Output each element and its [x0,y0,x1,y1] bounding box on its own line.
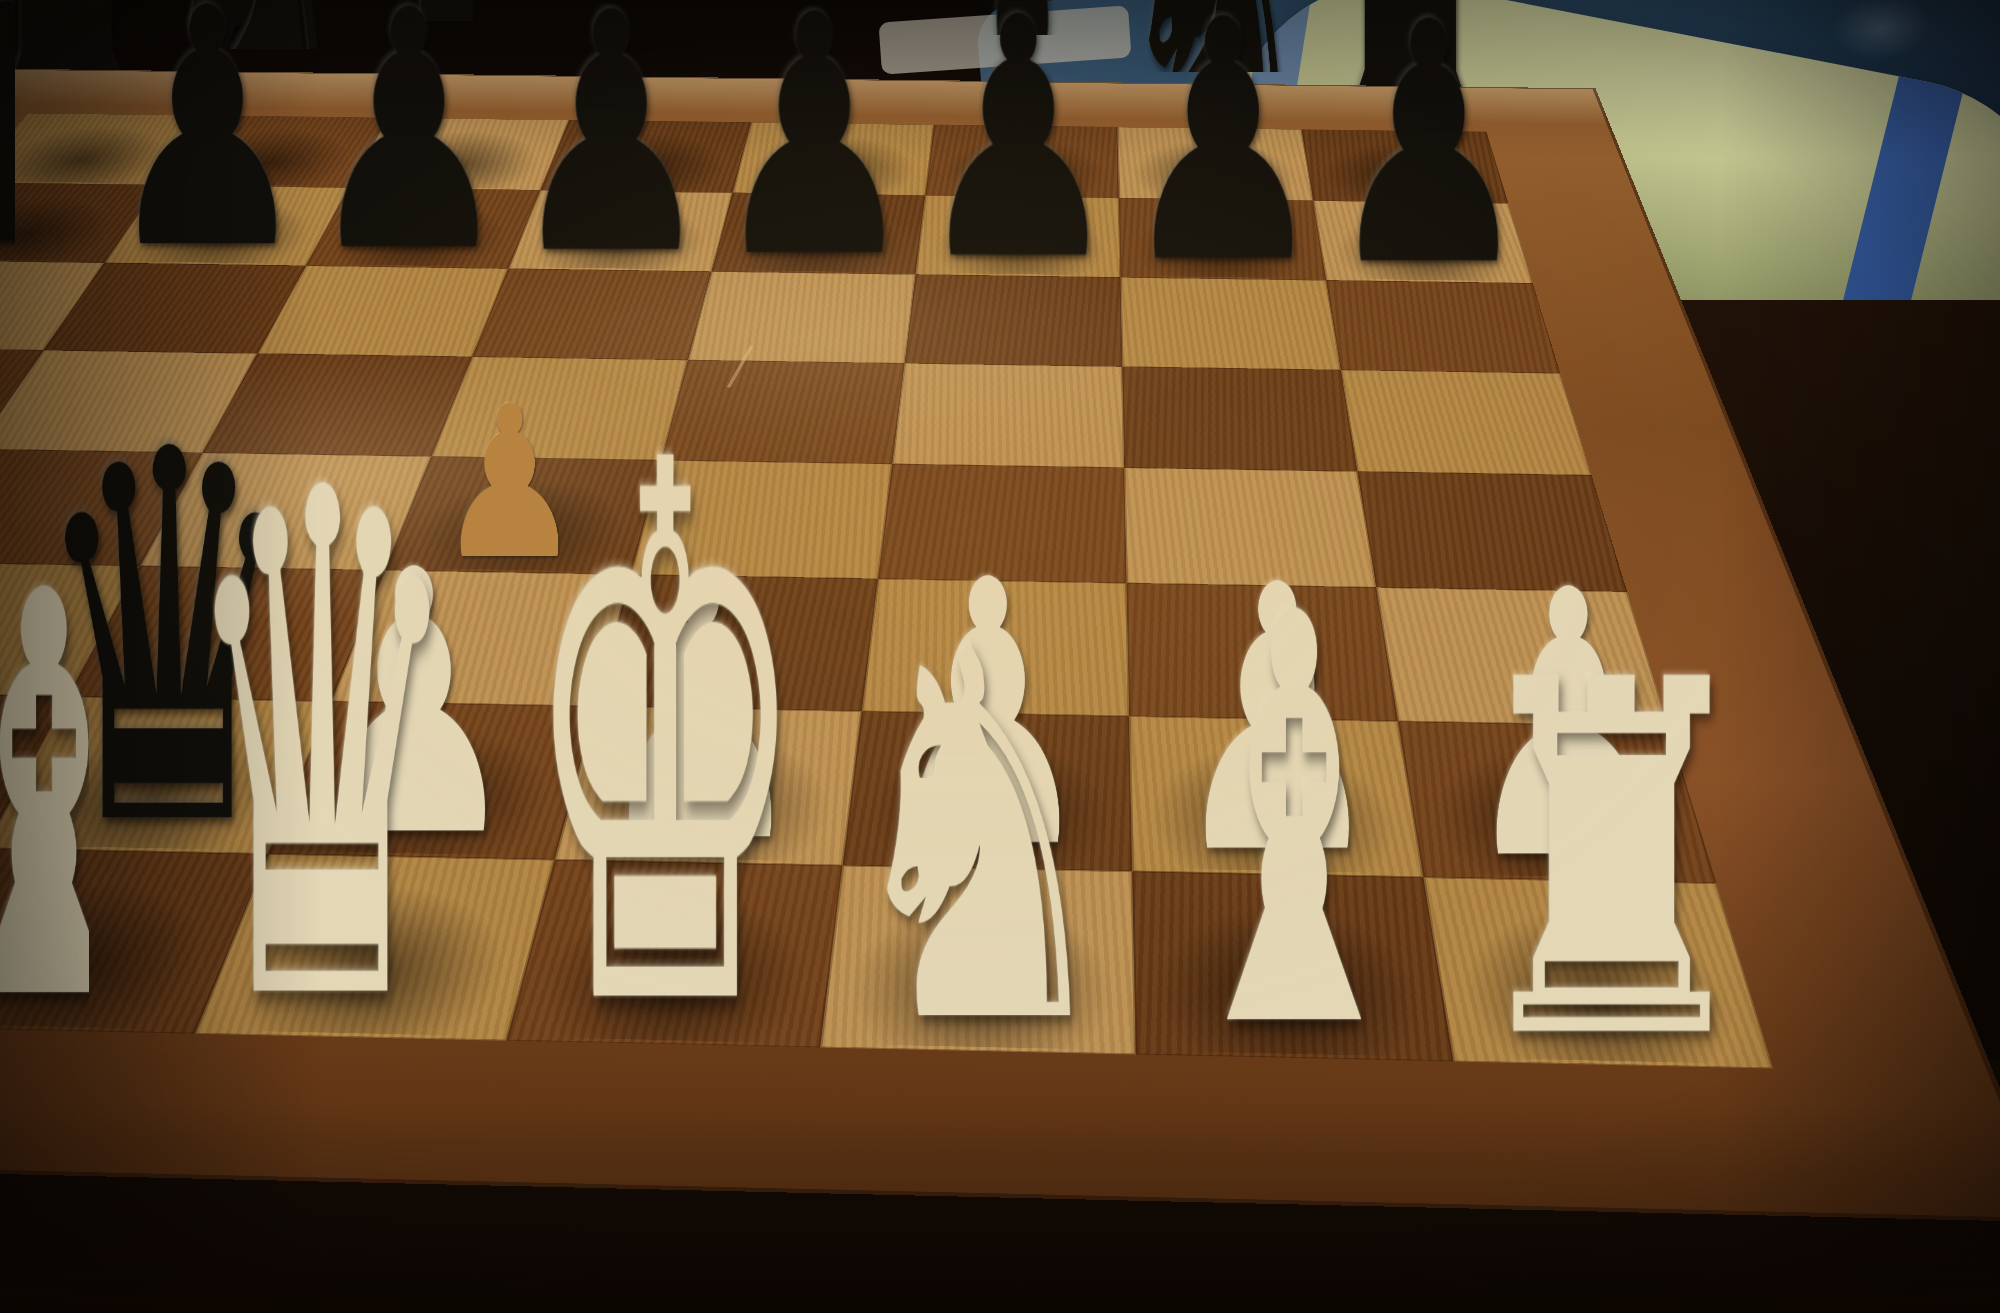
piece-black-pawn-h7[interactable]: ♟ [1325,12,1532,278]
square-g6[interactable] [1120,277,1340,370]
piece-white-bishop-g1[interactable]: ♝ [1165,599,1421,1050]
square-e1[interactable]: ♚ [506,860,842,1048]
square-f7[interactable]: ♟ [916,195,1121,277]
piece-black-pawn-e7[interactable]: ♟ [711,5,917,269]
square-g7[interactable]: ♟ [1119,198,1326,280]
square-h5[interactable] [1341,370,1592,475]
piece-white-queen-d1[interactable]: ♛ [180,472,465,1028]
piece-black-pawn-c7[interactable]: ♟ [306,0,511,263]
chessboard-grid: ♜♞♝♛♚♝♞♜♟♟♟♟♟♟♟♟♟♛♟♟♟♟♟♝♛♚♞♝♜ [0,113,1773,1068]
square-h7[interactable]: ♟ [1313,201,1533,284]
square-d1[interactable]: ♛ [195,854,555,1041]
scene: ♜♞♝♛♚♝♞♜♟♟♟♟♟♟♟♟♟♛♟♟♟♟♟♝♛♚♞♝♜ [0,0,2000,1313]
piece-white-bishop-c1[interactable]: ♝ [0,577,170,1022]
square-g5[interactable] [1122,367,1357,472]
square-d7[interactable]: ♟ [508,190,732,271]
square-h6[interactable] [1326,280,1560,373]
square-c7[interactable]: ♟ [306,188,541,269]
photo-stage: ♜♞♝♛♚♝♞♜♟♟♟♟♟♟♟♟♟♛♟♟♟♟♟♝♛♚♞♝♜ [0,0,2000,1313]
piece-black-pawn-a7[interactable]: ♟ [0,0,109,258]
piece-black-pawn-g7[interactable]: ♟ [1120,10,1327,276]
piece-black-pawn-b7[interactable]: ♟ [105,0,310,261]
square-f5[interactable] [892,363,1124,467]
square-h1[interactable]: ♜ [1423,877,1773,1068]
piece-white-king-e1[interactable]: ♚ [522,443,808,1036]
board-frame: ♜♞♝♛♚♝♞♜♟♟♟♟♟♟♟♟♟♛♟♟♟♟♟♝♛♚♞♝♜ [0,68,2000,1222]
square-g1[interactable]: ♝ [1132,871,1453,1061]
piece-black-pawn-d7[interactable]: ♟ [508,3,714,267]
piece-white-knight-f1[interactable]: ♞ [835,635,1122,1043]
square-f6[interactable] [905,274,1123,366]
piece-black-pawn-f7[interactable]: ♟ [915,7,1121,272]
piece-white-rook-h1[interactable]: ♜ [1455,667,1767,1057]
square-f1[interactable]: ♞ [820,865,1136,1054]
square-e7[interactable]: ♟ [712,193,926,275]
